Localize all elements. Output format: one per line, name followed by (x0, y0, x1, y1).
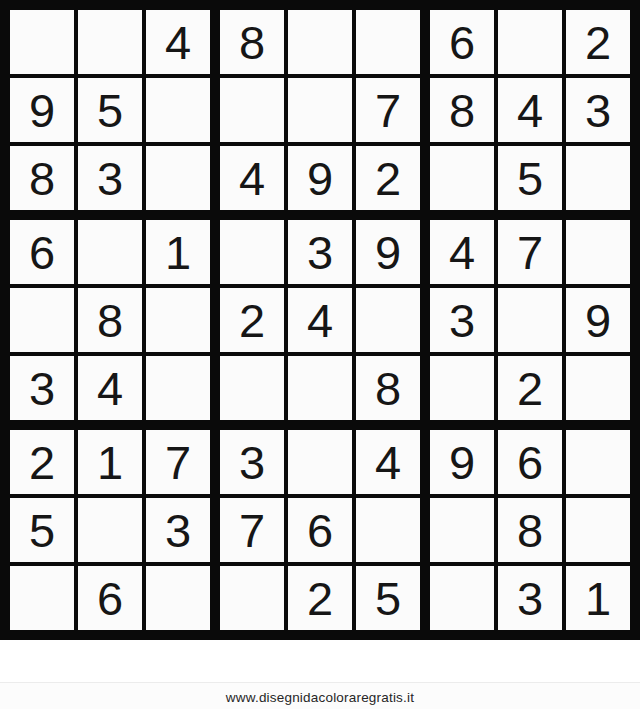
cell-r3c9[interactable] (566, 146, 630, 210)
cell-r9c8: 3 (498, 566, 562, 630)
cell-r2c7: 8 (430, 78, 494, 142)
cell-r1c5[interactable] (288, 10, 352, 74)
cell-r2c8: 4 (498, 78, 562, 142)
cell-r3c5: 9 (288, 146, 352, 210)
sudoku-box-6: 47392 (430, 220, 630, 420)
cell-r5c3[interactable] (146, 288, 210, 352)
cell-r1c1[interactable] (10, 10, 74, 74)
cell-r9c2: 6 (78, 566, 142, 630)
cell-r6c8: 2 (498, 356, 562, 420)
cell-r2c3[interactable] (146, 78, 210, 142)
cell-r7c5[interactable] (288, 430, 352, 494)
cell-r7c4: 3 (220, 430, 284, 494)
cell-r9c1[interactable] (10, 566, 74, 630)
cell-r9c6: 5 (356, 566, 420, 630)
cell-r8c3: 3 (146, 498, 210, 562)
cell-r3c2: 3 (78, 146, 142, 210)
cell-r9c5: 2 (288, 566, 352, 630)
cell-r2c6: 7 (356, 78, 420, 142)
cell-r8c1: 5 (10, 498, 74, 562)
cell-r6c1: 3 (10, 356, 74, 420)
cell-r8c4: 7 (220, 498, 284, 562)
cell-r4c7: 4 (430, 220, 494, 284)
cell-r8c9[interactable] (566, 498, 630, 562)
cell-r5c2: 8 (78, 288, 142, 352)
cell-r7c3: 7 (146, 430, 210, 494)
cell-r5c8[interactable] (498, 288, 562, 352)
sudoku-board: 4958387492628435618343924847392217536347… (0, 0, 640, 640)
cell-r3c3[interactable] (146, 146, 210, 210)
cell-r4c8: 7 (498, 220, 562, 284)
cell-r2c4[interactable] (220, 78, 284, 142)
cell-r5c7: 3 (430, 288, 494, 352)
sudoku-box-2: 87492 (220, 10, 420, 210)
cell-r7c6: 4 (356, 430, 420, 494)
sudoku-box-4: 61834 (10, 220, 210, 420)
cell-r5c4: 2 (220, 288, 284, 352)
cell-r4c1: 6 (10, 220, 74, 284)
cell-r2c5[interactable] (288, 78, 352, 142)
cell-r4c3: 1 (146, 220, 210, 284)
sudoku-box-5: 39248 (220, 220, 420, 420)
cell-r2c9: 3 (566, 78, 630, 142)
cell-r1c3: 4 (146, 10, 210, 74)
sudoku-box-8: 347625 (220, 430, 420, 630)
cell-r8c7[interactable] (430, 498, 494, 562)
sudoku-box-1: 49583 (10, 10, 210, 210)
sudoku-box-7: 217536 (10, 430, 210, 630)
cell-r7c1: 2 (10, 430, 74, 494)
cell-r5c9: 9 (566, 288, 630, 352)
cell-r8c5: 6 (288, 498, 352, 562)
cell-r4c2[interactable] (78, 220, 142, 284)
watermark-url: www.disegnidacoloraregratis.it (0, 690, 640, 705)
cell-r5c1[interactable] (10, 288, 74, 352)
cell-r9c4[interactable] (220, 566, 284, 630)
cell-r4c6: 9 (356, 220, 420, 284)
cell-r9c9: 1 (566, 566, 630, 630)
cell-r1c8[interactable] (498, 10, 562, 74)
cell-r3c6: 2 (356, 146, 420, 210)
cell-r3c4: 4 (220, 146, 284, 210)
watermark-strip: www.disegnidacoloraregratis.it (0, 640, 640, 709)
cell-r8c8: 8 (498, 498, 562, 562)
cell-r7c8: 6 (498, 430, 562, 494)
cell-r4c5: 3 (288, 220, 352, 284)
cell-r7c9[interactable] (566, 430, 630, 494)
cell-r7c7: 9 (430, 430, 494, 494)
cell-r9c3[interactable] (146, 566, 210, 630)
cell-r6c9[interactable] (566, 356, 630, 420)
cell-r1c4: 8 (220, 10, 284, 74)
cell-r8c6[interactable] (356, 498, 420, 562)
sudoku-box-3: 628435 (430, 10, 630, 210)
cell-r6c5[interactable] (288, 356, 352, 420)
cell-r6c6: 8 (356, 356, 420, 420)
cell-r2c1: 9 (10, 78, 74, 142)
cell-r6c3[interactable] (146, 356, 210, 420)
cell-r6c2: 4 (78, 356, 142, 420)
cell-r1c9: 2 (566, 10, 630, 74)
cell-r1c2[interactable] (78, 10, 142, 74)
cell-r8c2[interactable] (78, 498, 142, 562)
cell-r4c9[interactable] (566, 220, 630, 284)
cell-r7c2: 1 (78, 430, 142, 494)
cell-r6c7[interactable] (430, 356, 494, 420)
sudoku-box-9: 96831 (430, 430, 630, 630)
cell-r3c7[interactable] (430, 146, 494, 210)
cell-r5c6[interactable] (356, 288, 420, 352)
cell-r1c7: 6 (430, 10, 494, 74)
cell-r2c2: 5 (78, 78, 142, 142)
cell-r1c6[interactable] (356, 10, 420, 74)
cell-r5c5: 4 (288, 288, 352, 352)
cell-r9c7[interactable] (430, 566, 494, 630)
cell-r3c1: 8 (10, 146, 74, 210)
cell-r3c8: 5 (498, 146, 562, 210)
cell-r6c4[interactable] (220, 356, 284, 420)
cell-r4c4[interactable] (220, 220, 284, 284)
